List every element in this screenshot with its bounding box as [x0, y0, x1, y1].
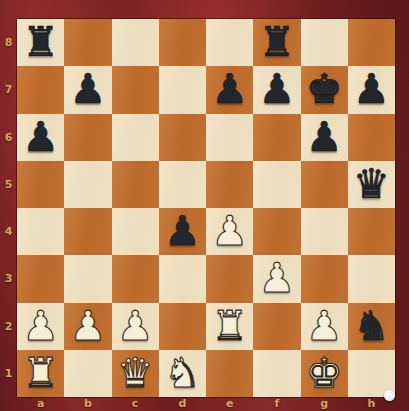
square-h2[interactable]: ♞ [348, 303, 395, 350]
rank-label-3: 3 [0, 255, 17, 302]
piece-white-pawn-b2[interactable]: ♟ [69, 303, 106, 350]
rank-label-7: 7 [0, 66, 17, 113]
square-h5[interactable]: ♛ [348, 161, 395, 208]
square-g1[interactable]: ♚ [301, 350, 348, 397]
square-a3[interactable] [17, 255, 64, 302]
piece-black-knight-h2[interactable]: ♞ [353, 303, 390, 350]
square-h8[interactable] [348, 19, 395, 66]
square-b6[interactable] [64, 114, 111, 161]
piece-black-pawn-a6[interactable]: ♟ [22, 114, 59, 161]
square-d3[interactable] [159, 255, 206, 302]
square-f8[interactable]: ♜ [253, 19, 300, 66]
file-label-b: b [64, 396, 111, 411]
square-d4[interactable]: ♟ [159, 208, 206, 255]
square-g2[interactable]: ♟ [301, 303, 348, 350]
piece-black-pawn-f7[interactable]: ♟ [258, 66, 295, 113]
piece-black-pawn-g6[interactable]: ♟ [306, 114, 343, 161]
rank-label-1: 1 [0, 350, 17, 397]
square-a7[interactable] [17, 66, 64, 113]
square-c7[interactable] [112, 66, 159, 113]
square-f2[interactable] [253, 303, 300, 350]
square-g4[interactable] [301, 208, 348, 255]
square-e3[interactable] [206, 255, 253, 302]
square-b1[interactable] [64, 350, 111, 397]
square-e7[interactable]: ♟ [206, 66, 253, 113]
file-label-a: a [17, 396, 64, 411]
square-b5[interactable] [64, 161, 111, 208]
board-frame: 87654321 ♜♜♟♟♟♚♟♟♟♛♟♟♟♟♟♟♜♟♞♜♛♞♚ abcdefg… [0, 0, 409, 411]
square-d2[interactable] [159, 303, 206, 350]
square-d1[interactable]: ♞ [159, 350, 206, 397]
square-f6[interactable] [253, 114, 300, 161]
square-f5[interactable] [253, 161, 300, 208]
square-h4[interactable] [348, 208, 395, 255]
square-b4[interactable] [64, 208, 111, 255]
file-label-f: f [253, 396, 300, 411]
square-f1[interactable] [253, 350, 300, 397]
square-e2[interactable]: ♜ [206, 303, 253, 350]
piece-black-pawn-b7[interactable]: ♟ [69, 66, 106, 113]
square-h7[interactable]: ♟ [348, 66, 395, 113]
square-a5[interactable] [17, 161, 64, 208]
rank-labels: 87654321 [0, 19, 17, 397]
square-a6[interactable]: ♟ [17, 114, 64, 161]
square-g3[interactable] [301, 255, 348, 302]
rank-label-6: 6 [0, 114, 17, 161]
square-a4[interactable] [17, 208, 64, 255]
square-d7[interactable] [159, 66, 206, 113]
piece-white-pawn-e4[interactable]: ♟ [211, 208, 248, 255]
square-b3[interactable] [64, 255, 111, 302]
square-e8[interactable] [206, 19, 253, 66]
square-c1[interactable]: ♛ [112, 350, 159, 397]
square-c2[interactable]: ♟ [112, 303, 159, 350]
rank-label-4: 4 [0, 208, 17, 255]
square-f4[interactable] [253, 208, 300, 255]
piece-white-king-g1[interactable]: ♚ [306, 350, 343, 397]
file-label-g: g [301, 396, 348, 411]
piece-white-rook-e2[interactable]: ♜ [211, 303, 248, 350]
piece-white-pawn-f3[interactable]: ♟ [258, 255, 295, 302]
rank-label-5: 5 [0, 161, 17, 208]
square-e5[interactable] [206, 161, 253, 208]
square-a1[interactable]: ♜ [17, 350, 64, 397]
file-label-c: c [112, 396, 159, 411]
square-g7[interactable]: ♚ [301, 66, 348, 113]
piece-white-rook-a1[interactable]: ♜ [22, 350, 59, 397]
square-h6[interactable] [348, 114, 395, 161]
square-h3[interactable] [348, 255, 395, 302]
piece-black-pawn-d4[interactable]: ♟ [164, 208, 201, 255]
square-d8[interactable] [159, 19, 206, 66]
rank-label-2: 2 [0, 303, 17, 350]
piece-black-rook-a8[interactable]: ♜ [22, 19, 59, 66]
file-label-e: e [206, 396, 253, 411]
square-g5[interactable] [301, 161, 348, 208]
square-e4[interactable]: ♟ [206, 208, 253, 255]
piece-white-knight-d1[interactable]: ♞ [164, 350, 201, 397]
piece-black-king-g7[interactable]: ♚ [306, 66, 343, 113]
square-c5[interactable] [112, 161, 159, 208]
square-a8[interactable]: ♜ [17, 19, 64, 66]
square-b2[interactable]: ♟ [64, 303, 111, 350]
square-e1[interactable] [206, 350, 253, 397]
square-c4[interactable] [112, 208, 159, 255]
piece-white-pawn-c2[interactable]: ♟ [117, 303, 154, 350]
square-c6[interactable] [112, 114, 159, 161]
piece-white-queen-c1[interactable]: ♛ [117, 350, 154, 397]
square-c3[interactable] [112, 255, 159, 302]
piece-white-pawn-g2[interactable]: ♟ [306, 303, 343, 350]
file-label-d: d [159, 396, 206, 411]
piece-black-pawn-e7[interactable]: ♟ [211, 66, 248, 113]
square-c8[interactable] [112, 19, 159, 66]
square-b7[interactable]: ♟ [64, 66, 111, 113]
square-d5[interactable] [159, 161, 206, 208]
piece-black-queen-h5[interactable]: ♛ [353, 161, 390, 208]
rank-label-8: 8 [0, 19, 17, 66]
square-d6[interactable] [159, 114, 206, 161]
square-b8[interactable] [64, 19, 111, 66]
square-f7[interactable]: ♟ [253, 66, 300, 113]
square-g8[interactable] [301, 19, 348, 66]
piece-black-rook-f8[interactable]: ♜ [258, 19, 295, 66]
side-to-move-indicator [384, 390, 395, 401]
square-e6[interactable] [206, 114, 253, 161]
board[interactable]: ♜♜♟♟♟♚♟♟♟♛♟♟♟♟♟♟♜♟♞♜♛♞♚ [17, 19, 395, 397]
square-f3[interactable]: ♟ [253, 255, 300, 302]
square-g6[interactable]: ♟ [301, 114, 348, 161]
piece-black-pawn-h7[interactable]: ♟ [353, 66, 390, 113]
piece-white-pawn-a2[interactable]: ♟ [22, 303, 59, 350]
square-a2[interactable]: ♟ [17, 303, 64, 350]
file-labels: abcdefgh [17, 396, 395, 411]
